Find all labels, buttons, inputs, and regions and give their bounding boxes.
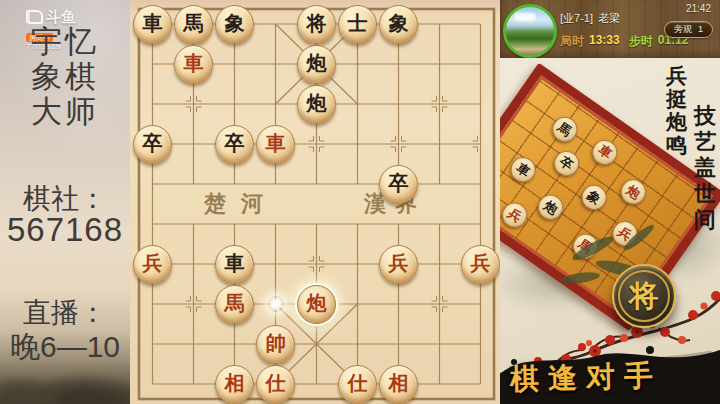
calligraphy-character: 艺	[694, 129, 716, 155]
player-name-row: [业7-1] 老梁	[560, 11, 620, 26]
step-time-label: 步时	[629, 33, 653, 50]
player-info-bar: [业7-1] 老梁 局时 13:33 步时 01:12 21:42 旁观 1	[500, 0, 720, 60]
piece-black[interactable]: 炮	[297, 45, 336, 84]
photo-board-piece: 炮	[616, 175, 651, 210]
piece-black[interactable]: 士	[338, 5, 377, 44]
photo-board-piece: 象	[577, 180, 612, 215]
piece-black[interactable]: 炮	[297, 85, 336, 124]
calligraphy-character: 兵	[666, 65, 687, 88]
piece-black[interactable]: 車	[133, 5, 172, 44]
last-move-marker	[268, 296, 284, 312]
piece-black[interactable]: 将	[297, 5, 336, 44]
game-info-panel: [业7-1] 老梁 局时 13:33 步时 01:12 21:42 旁观 1 馬…	[500, 0, 720, 404]
calligraphy-character: 炮	[666, 111, 687, 134]
photo-board-piece: 車	[588, 135, 623, 170]
title-line-3: 大师	[0, 94, 130, 129]
title-line-1: 宇忆	[0, 24, 130, 59]
club-number: 567168	[0, 211, 130, 249]
piece-red[interactable]: 仕	[256, 365, 295, 404]
calligraphy-character: 盖	[694, 155, 716, 181]
calligraphy-character: 技	[694, 103, 716, 129]
spectate-button[interactable]: 旁观 1	[664, 21, 713, 38]
title-line-2: 象棋	[0, 59, 130, 94]
piece-black[interactable]: 象	[379, 5, 418, 44]
spectate-count: 1	[698, 22, 703, 37]
game-time-value: 13:33	[589, 33, 620, 50]
live-schedule-hours: 晚6—10	[0, 327, 130, 368]
featured-piece-character: 将	[629, 276, 659, 317]
piece-black[interactable]: 卒	[379, 165, 418, 204]
river-label-left: 楚河	[204, 189, 278, 219]
piece-red[interactable]: 炮	[297, 285, 336, 324]
stream-screenshot: 斗鱼 房间号 7703319 宇忆 象棋 大师 棋社： 567168 直播： 晚…	[0, 0, 720, 404]
photo-board-piece: 卒	[549, 146, 584, 181]
photo-board-piece: 炮	[534, 190, 569, 225]
piece-red[interactable]: 車	[256, 125, 295, 164]
piece-red[interactable]: 兵	[133, 245, 172, 284]
piece-red[interactable]: 帥	[256, 325, 295, 364]
xiangqi-board[interactable]: 車馬象将士象車炮炮卒卒車卒兵車兵兵馬炮帥相仕仕相	[132, 4, 500, 404]
calligraphy-character: 间	[694, 207, 716, 233]
piece-black[interactable]: 車	[215, 245, 254, 284]
photo-board-piece: 馬	[547, 112, 582, 147]
piece-black[interactable]: 卒	[215, 125, 254, 164]
xiangqi-board-panel: 車馬象将士象車炮炮卒卒車卒兵車兵兵馬炮帥相仕仕相 楚河 漢界	[130, 0, 500, 404]
piece-red[interactable]: 馬	[215, 285, 254, 324]
photo-board-piece: 兵	[500, 198, 532, 233]
calligraphy-character: 挺	[666, 88, 687, 111]
piece-red[interactable]: 相	[379, 365, 418, 404]
player-rank-tag: [业7-1]	[560, 11, 593, 26]
board-lines-wrap: 車馬象将士象車炮炮卒卒車卒兵車兵兵馬炮帥相仕仕相 楚河 漢界	[132, 4, 500, 404]
douyu-fish-icon	[26, 10, 43, 24]
system-clock: 21:42	[686, 3, 711, 14]
piece-red[interactable]: 兵	[461, 245, 500, 284]
calligraphy-column-2: 技艺盖世间	[694, 103, 716, 233]
player-name: 老梁	[598, 11, 620, 26]
calligraphy-character: 世	[694, 181, 716, 207]
piece-black[interactable]: 馬	[174, 5, 213, 44]
decorative-poster: 馬車炮卒象兵車炮馬兵 兵挺炮鸣 技艺盖世间	[500, 58, 720, 404]
piece-black[interactable]: 象	[215, 5, 254, 44]
game-time-label: 局时	[560, 33, 584, 50]
poster-banner-text: 棋逢对手	[510, 356, 663, 400]
piece-red[interactable]: 仕	[338, 365, 377, 404]
piece-red[interactable]: 相	[215, 365, 254, 404]
player-avatar[interactable]	[503, 4, 557, 58]
avatar-photo	[514, 13, 536, 21]
spectate-label: 旁观	[674, 22, 692, 37]
stream-info-sidebar: 斗鱼 房间号 7703319 宇忆 象棋 大师 棋社： 567168 直播： 晚…	[0, 0, 130, 404]
featured-general-piece: 将	[612, 264, 676, 328]
photo-board-piece: 車	[506, 152, 541, 187]
streamer-title: 宇忆 象棋 大师	[0, 24, 130, 129]
piece-black[interactable]: 卒	[133, 125, 172, 164]
piece-red[interactable]: 兵	[379, 245, 418, 284]
calligraphy-column-1: 兵挺炮鸣	[666, 65, 687, 157]
calligraphy-character: 鸣	[666, 134, 687, 157]
piece-red[interactable]: 車	[174, 45, 213, 84]
